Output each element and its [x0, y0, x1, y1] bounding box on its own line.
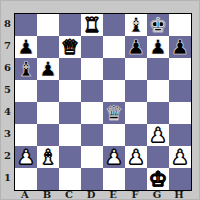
- chess-board[interactable]: ♜♝♚♟♛♟♟♟♝♟♛♟♟♝♟♟♟♚: [14, 13, 192, 191]
- rank-label-4: 4: [1, 101, 14, 123]
- square-d4[interactable]: [81, 102, 103, 124]
- square-f8[interactable]: ♝: [125, 14, 147, 36]
- square-a7[interactable]: ♟: [15, 36, 37, 58]
- square-a8[interactable]: [15, 14, 37, 36]
- file-label-d: D: [80, 189, 102, 200]
- square-c1[interactable]: [59, 168, 81, 190]
- file-labels: ABCDEFGH: [14, 189, 190, 200]
- rank-label-3: 3: [1, 123, 14, 145]
- white-bishop[interactable]: ♝: [37, 146, 59, 168]
- square-e3[interactable]: [103, 124, 125, 146]
- white-pawn[interactable]: ♟: [147, 124, 169, 146]
- black-pawn[interactable]: ♟: [15, 36, 37, 58]
- square-h5[interactable]: [169, 80, 191, 102]
- square-b8[interactable]: [37, 14, 59, 36]
- square-a4[interactable]: [15, 102, 37, 124]
- square-c7[interactable]: ♛: [59, 36, 81, 58]
- square-f2[interactable]: ♟: [125, 146, 147, 168]
- square-g5[interactable]: [147, 80, 169, 102]
- file-label-a: A: [14, 189, 36, 200]
- square-a3[interactable]: [15, 124, 37, 146]
- file-label-f: F: [124, 189, 146, 200]
- rank-label-7: 7: [1, 35, 14, 57]
- black-king[interactable]: ♚: [147, 14, 169, 36]
- square-b4[interactable]: [37, 102, 59, 124]
- square-f5[interactable]: [125, 80, 147, 102]
- square-h4[interactable]: [169, 102, 191, 124]
- square-c8[interactable]: [59, 14, 81, 36]
- square-e2[interactable]: ♟: [103, 146, 125, 168]
- square-e6[interactable]: [103, 58, 125, 80]
- black-bishop[interactable]: ♝: [15, 58, 37, 80]
- square-b2[interactable]: ♝: [37, 146, 59, 168]
- file-label-e: E: [102, 189, 124, 200]
- square-a1[interactable]: [15, 168, 37, 190]
- square-h7[interactable]: ♟: [169, 36, 191, 58]
- white-pawn[interactable]: ♟: [125, 146, 147, 168]
- square-h1[interactable]: [169, 168, 191, 190]
- square-c3[interactable]: [59, 124, 81, 146]
- file-label-h: H: [168, 189, 190, 200]
- file-label-g: G: [146, 189, 168, 200]
- square-c6[interactable]: [59, 58, 81, 80]
- square-b7[interactable]: [37, 36, 59, 58]
- square-h3[interactable]: [169, 124, 191, 146]
- square-d2[interactable]: [81, 146, 103, 168]
- square-e4[interactable]: ♛: [103, 102, 125, 124]
- white-pawn[interactable]: ♟: [103, 146, 125, 168]
- square-c5[interactable]: [59, 80, 81, 102]
- rank-label-2: 2: [1, 145, 14, 167]
- black-pawn[interactable]: ♟: [125, 36, 147, 58]
- white-queen[interactable]: ♛: [59, 36, 81, 58]
- square-h2[interactable]: ♟: [169, 146, 191, 168]
- square-f6[interactable]: [125, 58, 147, 80]
- square-d5[interactable]: [81, 80, 103, 102]
- square-e7[interactable]: [103, 36, 125, 58]
- square-g4[interactable]: [147, 102, 169, 124]
- rank-labels: 87654321: [1, 13, 14, 189]
- square-h6[interactable]: [169, 58, 191, 80]
- square-d6[interactable]: [81, 58, 103, 80]
- square-f1[interactable]: [125, 168, 147, 190]
- rank-label-8: 8: [1, 13, 14, 35]
- white-king[interactable]: ♚: [147, 168, 169, 190]
- rank-label-1: 1: [1, 167, 14, 189]
- black-pawn[interactable]: ♟: [169, 36, 191, 58]
- square-b6[interactable]: ♟: [37, 58, 59, 80]
- square-g2[interactable]: [147, 146, 169, 168]
- square-d3[interactable]: [81, 124, 103, 146]
- file-label-c: C: [58, 189, 80, 200]
- square-f4[interactable]: [125, 102, 147, 124]
- square-b5[interactable]: [37, 80, 59, 102]
- rank-label-5: 5: [1, 79, 14, 101]
- square-g7[interactable]: ♟: [147, 36, 169, 58]
- square-d8[interactable]: ♜: [81, 14, 103, 36]
- file-label-b: B: [36, 189, 58, 200]
- square-d7[interactable]: [81, 36, 103, 58]
- square-a2[interactable]: ♟: [15, 146, 37, 168]
- square-e8[interactable]: [103, 14, 125, 36]
- white-pawn[interactable]: ♟: [15, 146, 37, 168]
- square-b3[interactable]: [37, 124, 59, 146]
- chessboard-window: 87654321 ♜♝♚♟♛♟♟♟♝♟♛♟♟♝♟♟♟♚ ABCDEFGH: [0, 0, 200, 200]
- square-g1[interactable]: ♚: [147, 168, 169, 190]
- black-queen[interactable]: ♛: [103, 102, 125, 124]
- square-a5[interactable]: [15, 80, 37, 102]
- black-pawn[interactable]: ♟: [147, 36, 169, 58]
- square-f7[interactable]: ♟: [125, 36, 147, 58]
- square-h8[interactable]: [169, 14, 191, 36]
- square-c2[interactable]: [59, 146, 81, 168]
- square-e1[interactable]: [103, 168, 125, 190]
- black-pawn[interactable]: ♟: [37, 58, 59, 80]
- square-e5[interactable]: [103, 80, 125, 102]
- square-g3[interactable]: ♟: [147, 124, 169, 146]
- square-c4[interactable]: [59, 102, 81, 124]
- square-g6[interactable]: [147, 58, 169, 80]
- white-rook[interactable]: ♜: [81, 14, 103, 36]
- square-b1[interactable]: [37, 168, 59, 190]
- square-d1[interactable]: [81, 168, 103, 190]
- black-bishop[interactable]: ♝: [125, 14, 147, 36]
- square-g8[interactable]: ♚: [147, 14, 169, 36]
- square-f3[interactable]: [125, 124, 147, 146]
- square-a6[interactable]: ♝: [15, 58, 37, 80]
- rank-label-6: 6: [1, 57, 14, 79]
- white-pawn[interactable]: ♟: [169, 146, 191, 168]
